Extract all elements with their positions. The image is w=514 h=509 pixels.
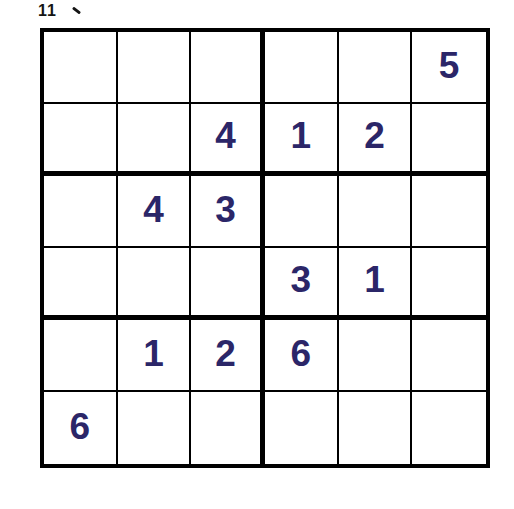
cell-r4c2[interactable]: [118, 248, 192, 320]
cell-r6c3[interactable]: [191, 392, 265, 464]
cell-r2c3: 4: [191, 104, 265, 176]
given-digit: 2: [215, 335, 236, 376]
cell-r2c1[interactable]: [44, 104, 118, 176]
cell-r5c2: 1: [118, 320, 192, 392]
given-digit: 6: [70, 408, 91, 449]
puzzle-number-label: 11: [38, 1, 57, 21]
cell-r4c5: 1: [339, 248, 413, 320]
cell-r4c3[interactable]: [191, 248, 265, 320]
comma-tick-icon: [72, 7, 81, 15]
cell-r1c4[interactable]: [265, 32, 339, 104]
cell-r1c5[interactable]: [339, 32, 413, 104]
cell-r6c6[interactable]: [412, 392, 486, 464]
cell-r3c2: 4: [118, 176, 192, 248]
cell-r6c1: 6: [44, 392, 118, 464]
cell-r1c2[interactable]: [118, 32, 192, 104]
cell-r3c6[interactable]: [412, 176, 486, 248]
cell-r4c1[interactable]: [44, 248, 118, 320]
cell-r6c5[interactable]: [339, 392, 413, 464]
cell-r5c4: 6: [265, 320, 339, 392]
sudoku-board: 541243311266: [40, 28, 490, 468]
cell-r3c1[interactable]: [44, 176, 118, 248]
given-digit: 1: [364, 261, 385, 302]
cell-r3c4[interactable]: [265, 176, 339, 248]
cell-r2c5: 2: [339, 104, 413, 176]
cell-r6c4[interactable]: [265, 392, 339, 464]
cell-r4c4: 3: [265, 248, 339, 320]
cell-r5c6[interactable]: [412, 320, 486, 392]
cell-r3c5[interactable]: [339, 176, 413, 248]
cell-r6c2[interactable]: [118, 392, 192, 464]
cell-r5c5[interactable]: [339, 320, 413, 392]
cell-r5c3: 2: [191, 320, 265, 392]
given-digit: 5: [439, 47, 460, 88]
given-digit: 3: [291, 261, 312, 302]
cell-r1c6: 5: [412, 32, 486, 104]
puzzle-page: 11 541243311266: [0, 0, 514, 509]
given-digit: 4: [215, 117, 236, 158]
cell-r2c2[interactable]: [118, 104, 192, 176]
cell-r1c1[interactable]: [44, 32, 118, 104]
cell-r3c3: 3: [191, 176, 265, 248]
cell-r4c6[interactable]: [412, 248, 486, 320]
cell-r1c3[interactable]: [191, 32, 265, 104]
given-digit: 3: [215, 191, 236, 232]
cell-r2c6[interactable]: [412, 104, 486, 176]
cell-r2c4: 1: [265, 104, 339, 176]
cell-r5c1[interactable]: [44, 320, 118, 392]
given-digit: 4: [143, 191, 164, 232]
given-digit: 6: [291, 335, 312, 376]
given-digit: 2: [364, 117, 385, 158]
given-digit: 1: [291, 117, 312, 158]
given-digit: 1: [143, 335, 164, 376]
